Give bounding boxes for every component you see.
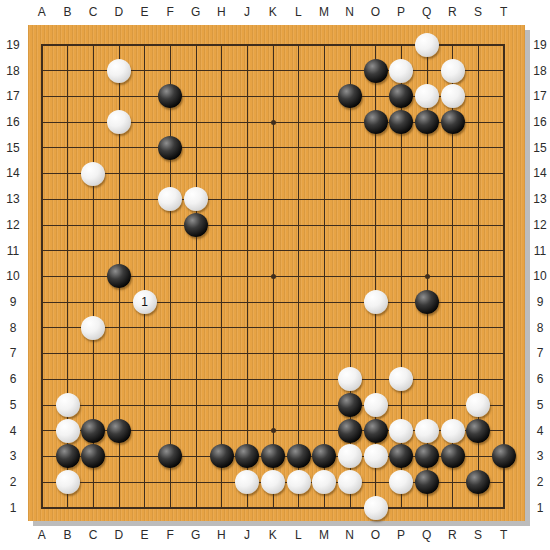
coord-label-top: O — [363, 5, 389, 20]
coord-label-bottom: N — [337, 528, 363, 543]
coord-label-top: G — [183, 5, 209, 20]
stone-white[interactable] — [107, 59, 131, 83]
stone-black[interactable] — [492, 444, 516, 468]
stone-white[interactable] — [312, 470, 336, 494]
stone-white[interactable] — [364, 496, 388, 520]
stone-white[interactable] — [415, 33, 439, 57]
coord-label-left: 2 — [0, 469, 26, 495]
stone-white[interactable] — [107, 110, 131, 134]
go-board[interactable]: 1 — [28, 25, 525, 521]
coord-label-left: 10 — [0, 263, 26, 289]
coord-label-right: 4 — [527, 418, 550, 444]
stone-black[interactable] — [441, 444, 465, 468]
stone-white[interactable] — [235, 470, 259, 494]
stone-black[interactable] — [210, 444, 234, 468]
stone-black[interactable] — [415, 470, 439, 494]
stone-white[interactable] — [81, 316, 105, 340]
stone-black[interactable] — [261, 444, 285, 468]
stone-black[interactable] — [441, 110, 465, 134]
coord-label-right: 19 — [527, 32, 550, 58]
stone-white[interactable] — [441, 59, 465, 83]
coord-label-right: 5 — [527, 392, 550, 418]
coordinate-labels-top: ABCDEFGHJKLMNOPQRST — [29, 5, 517, 20]
stone-white[interactable] — [441, 419, 465, 443]
coord-label-left: 9 — [0, 289, 26, 315]
coord-label-left: 16 — [0, 109, 26, 135]
stone-black[interactable] — [415, 444, 439, 468]
stone-black[interactable] — [81, 444, 105, 468]
coord-label-right: 15 — [527, 135, 550, 161]
coord-label-top: P — [388, 5, 414, 20]
stone-white[interactable] — [389, 367, 413, 391]
stone-white[interactable]: 1 — [133, 290, 157, 314]
stone-black[interactable] — [389, 444, 413, 468]
page: ABCDEFGHJKLMNOPQRST ABCDEFGHJKLMNOPQRST … — [0, 0, 550, 550]
coord-label-top: D — [106, 5, 132, 20]
coord-label-left: 18 — [0, 58, 26, 84]
coord-label-right: 3 — [527, 444, 550, 470]
coord-label-bottom: P — [388, 528, 414, 543]
coord-label-bottom: C — [80, 528, 106, 543]
stone-black[interactable] — [364, 110, 388, 134]
stones-grid: 1 — [29, 32, 516, 521]
coord-label-left: 1 — [0, 495, 26, 521]
coord-label-left: 6 — [0, 366, 26, 392]
stone-white[interactable] — [364, 393, 388, 417]
stone-white[interactable] — [389, 59, 413, 83]
coord-label-left: 14 — [0, 161, 26, 187]
coord-label-bottom: F — [157, 528, 183, 543]
stone-black[interactable] — [158, 84, 182, 108]
coord-label-right: 13 — [527, 186, 550, 212]
coord-label-bottom: D — [106, 528, 132, 543]
coord-label-bottom: E — [132, 528, 158, 543]
coord-label-bottom: R — [440, 528, 466, 543]
stone-white[interactable] — [184, 187, 208, 211]
coord-label-bottom: L — [286, 528, 312, 543]
stone-white[interactable] — [441, 84, 465, 108]
coord-label-left: 3 — [0, 444, 26, 470]
coord-label-left: 11 — [0, 238, 26, 264]
stone-white[interactable] — [415, 84, 439, 108]
coord-label-right: 11 — [527, 238, 550, 264]
coord-label-bottom: B — [55, 528, 81, 543]
coordinate-labels-bottom: ABCDEFGHJKLMNOPQRST — [29, 528, 517, 543]
stone-white[interactable] — [338, 470, 362, 494]
stone-black[interactable] — [107, 419, 131, 443]
stone-black[interactable] — [158, 444, 182, 468]
coord-label-right: 17 — [527, 83, 550, 109]
stone-black[interactable] — [466, 419, 490, 443]
coord-label-bottom: A — [29, 528, 55, 543]
stone-black[interactable] — [415, 110, 439, 134]
coord-label-bottom: T — [491, 528, 517, 543]
stone-black[interactable] — [338, 393, 362, 417]
stone-white[interactable] — [364, 290, 388, 314]
stone-white[interactable] — [338, 444, 362, 468]
stone-white[interactable] — [261, 470, 285, 494]
coord-label-top: B — [55, 5, 81, 20]
coordinate-labels-left: 19181716151413121110987654321 — [0, 32, 26, 521]
coord-label-bottom: H — [209, 528, 235, 543]
coord-label-top: J — [234, 5, 260, 20]
coord-label-top: S — [465, 5, 491, 20]
stone-black[interactable] — [158, 136, 182, 160]
stone-white[interactable] — [158, 187, 182, 211]
stone-black[interactable] — [364, 59, 388, 83]
stone-white[interactable] — [466, 393, 490, 417]
coord-label-bottom: S — [465, 528, 491, 543]
coord-label-top: H — [209, 5, 235, 20]
stone-black[interactable] — [389, 84, 413, 108]
coord-label-right: 14 — [527, 161, 550, 187]
coord-label-left: 7 — [0, 341, 26, 367]
stone-black[interactable] — [81, 419, 105, 443]
coord-label-top: N — [337, 5, 363, 20]
stone-white[interactable] — [389, 470, 413, 494]
stone-white[interactable] — [338, 367, 362, 391]
coord-label-left: 19 — [0, 32, 26, 58]
stone-black[interactable] — [338, 419, 362, 443]
stone-black[interactable] — [312, 444, 336, 468]
coord-label-left: 17 — [0, 83, 26, 109]
coord-label-left: 15 — [0, 135, 26, 161]
coord-label-bottom: M — [311, 528, 337, 543]
coord-label-top: C — [80, 5, 106, 20]
coord-label-right: 10 — [527, 263, 550, 289]
coord-label-top: K — [260, 5, 286, 20]
move-number-label: 1 — [141, 296, 148, 308]
coord-label-bottom: K — [260, 528, 286, 543]
stone-black[interactable] — [235, 444, 259, 468]
coord-label-bottom: O — [363, 528, 389, 543]
coord-label-top: T — [491, 5, 517, 20]
coord-label-top: E — [132, 5, 158, 20]
stone-black[interactable] — [107, 264, 131, 288]
coord-label-right: 2 — [527, 469, 550, 495]
stone-white[interactable] — [389, 419, 413, 443]
stone-black[interactable] — [466, 470, 490, 494]
coord-label-right: 7 — [527, 341, 550, 367]
coord-label-top: M — [311, 5, 337, 20]
stone-white[interactable] — [56, 470, 80, 494]
coord-label-right: 12 — [527, 212, 550, 238]
stone-black[interactable] — [56, 444, 80, 468]
stone-white[interactable] — [364, 444, 388, 468]
stone-black[interactable] — [184, 213, 208, 237]
stone-black[interactable] — [338, 84, 362, 108]
stone-white[interactable] — [56, 419, 80, 443]
coord-label-bottom: J — [234, 528, 260, 543]
stone-white[interactable] — [287, 470, 311, 494]
coord-label-right: 16 — [527, 109, 550, 135]
coord-label-right: 8 — [527, 315, 550, 341]
coord-label-left: 13 — [0, 186, 26, 212]
stone-black[interactable] — [415, 290, 439, 314]
stone-black[interactable] — [364, 419, 388, 443]
coordinate-labels-right: 19181716151413121110987654321 — [527, 32, 550, 521]
coord-label-left: 5 — [0, 392, 26, 418]
coord-label-left: 12 — [0, 212, 26, 238]
coord-label-right: 6 — [527, 366, 550, 392]
stone-white[interactable] — [81, 162, 105, 186]
coord-label-top: L — [286, 5, 312, 20]
coord-label-right: 1 — [527, 495, 550, 521]
coord-label-bottom: Q — [414, 528, 440, 543]
coord-label-right: 18 — [527, 58, 550, 84]
coord-label-bottom: G — [183, 528, 209, 543]
stone-black[interactable] — [287, 444, 311, 468]
coord-label-left: 4 — [0, 418, 26, 444]
stone-white[interactable] — [415, 419, 439, 443]
coord-label-left: 8 — [0, 315, 26, 341]
stone-black[interactable] — [389, 110, 413, 134]
coord-label-right: 9 — [527, 289, 550, 315]
coord-label-top: F — [157, 5, 183, 20]
coord-label-top: R — [440, 5, 466, 20]
coord-label-top: A — [29, 5, 55, 20]
stone-white[interactable] — [56, 393, 80, 417]
coord-label-top: Q — [414, 5, 440, 20]
